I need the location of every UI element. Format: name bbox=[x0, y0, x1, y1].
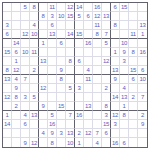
sudoku-cell-r10c16[interactable] bbox=[138, 84, 147, 93]
sudoku-cell-r13c9[interactable]: 16 bbox=[75, 111, 84, 120]
sudoku-cell-r7c10[interactable] bbox=[84, 57, 93, 66]
sudoku-cell-r9c7[interactable]: 8 bbox=[57, 75, 66, 84]
sudoku-cell-r9c3[interactable]: 7 bbox=[21, 75, 30, 84]
sudoku-cell-r16c6[interactable]: 8 bbox=[48, 138, 57, 147]
sudoku-cell-r15c1[interactable] bbox=[3, 129, 12, 138]
sudoku-cell-r13c1[interactable]: 1 bbox=[3, 111, 12, 120]
sudoku-cell-r4c12[interactable]: 7 bbox=[102, 30, 111, 39]
sudoku-cell-r16c13[interactable]: 16 bbox=[111, 138, 120, 147]
sudoku-cell-r11c1[interactable]: 12 bbox=[3, 93, 12, 102]
sudoku-cell-r14c10[interactable] bbox=[84, 120, 93, 129]
sudoku-cell-r1c15[interactable] bbox=[129, 3, 138, 12]
sudoku-cell-r9c2[interactable]: 4 bbox=[12, 75, 21, 84]
sudoku-cell-r12c8[interactable] bbox=[66, 102, 75, 111]
sudoku-cell-r12c12[interactable]: 8 bbox=[102, 102, 111, 111]
sudoku-cell-r14c5[interactable] bbox=[39, 120, 48, 129]
sudoku-cell-r13c10[interactable] bbox=[84, 111, 93, 120]
sudoku-cell-r5c8[interactable] bbox=[66, 39, 75, 48]
sudoku-cell-r2c10[interactable]: 6 bbox=[84, 12, 93, 21]
sudoku-cell-r5c6[interactable] bbox=[48, 39, 57, 48]
sudoku-cell-r6c4[interactable]: 11 bbox=[30, 48, 39, 57]
sudoku-cell-r5c9[interactable] bbox=[75, 39, 84, 48]
sudoku-cell-r1c11[interactable]: 16 bbox=[93, 3, 102, 12]
sudoku-cell-r4c8[interactable]: 14 bbox=[66, 30, 75, 39]
sudoku-cell-r4c15[interactable]: 11 bbox=[129, 30, 138, 39]
sudoku-cell-r16c12[interactable] bbox=[102, 138, 111, 147]
sudoku-cell-r13c14[interactable]: 8 bbox=[120, 111, 129, 120]
sudoku-cell-r13c11[interactable] bbox=[93, 111, 102, 120]
sudoku-cell-r10c8[interactable]: 5 bbox=[66, 84, 75, 93]
sudoku-cell-r9c4[interactable] bbox=[30, 75, 39, 84]
sudoku-cell-r6c10[interactable] bbox=[84, 48, 93, 57]
sudoku-cell-r3c5[interactable] bbox=[39, 21, 48, 30]
sudoku-cell-r5c5[interactable]: 1 bbox=[39, 39, 48, 48]
sudoku-cell-r10c11[interactable] bbox=[93, 84, 102, 93]
sudoku-cell-r1c7[interactable] bbox=[57, 3, 66, 12]
sudoku-cell-r13c16[interactable]: 2 bbox=[138, 111, 147, 120]
sudoku-cell-r1c16[interactable] bbox=[138, 3, 147, 12]
sudoku-cell-r4c3[interactable]: 12 bbox=[21, 30, 30, 39]
sudoku-cell-r12c3[interactable] bbox=[21, 102, 30, 111]
sudoku-cell-r15c14[interactable] bbox=[120, 129, 129, 138]
sudoku-cell-r7c12[interactable]: 12 bbox=[102, 57, 111, 66]
sudoku-cell-r5c3[interactable] bbox=[21, 39, 30, 48]
sudoku-cell-r8c5[interactable] bbox=[39, 66, 48, 75]
sudoku-cell-r4c5[interactable] bbox=[39, 30, 48, 39]
sudoku-cell-r14c1[interactable]: 14 bbox=[3, 120, 12, 129]
sudoku-cell-r4c2[interactable] bbox=[12, 30, 21, 39]
sudoku-cell-r16c9[interactable]: 1 bbox=[75, 138, 84, 147]
sudoku-cell-r8c8[interactable] bbox=[66, 66, 75, 75]
sudoku-cell-r4c6[interactable]: 13 bbox=[48, 30, 57, 39]
sudoku-cell-r16c4[interactable]: 12 bbox=[30, 138, 39, 147]
sudoku-cell-r15c11[interactable]: 7 bbox=[93, 129, 102, 138]
sudoku-cell-r6c15[interactable]: 8 bbox=[129, 48, 138, 57]
sudoku-cell-r2c12[interactable]: 13 bbox=[102, 12, 111, 21]
sudoku-cell-r11c8[interactable] bbox=[66, 93, 75, 102]
sudoku-cell-r2c3[interactable] bbox=[21, 12, 30, 21]
sudoku-cell-r8c9[interactable] bbox=[75, 66, 84, 75]
sudoku-cell-r1c1[interactable] bbox=[3, 3, 12, 12]
sudoku-cell-r11c14[interactable]: 13 bbox=[120, 93, 129, 102]
sudoku-cell-r1c6[interactable]: 11 bbox=[48, 3, 57, 12]
sudoku-cell-r9c6[interactable] bbox=[48, 75, 57, 84]
sudoku-cell-r12c11[interactable] bbox=[93, 102, 102, 111]
sudoku-cell-r9c13[interactable]: 9 bbox=[111, 75, 120, 84]
sudoku-cell-r9c12[interactable] bbox=[102, 75, 111, 84]
sudoku-cell-r8c4[interactable]: 2 bbox=[30, 66, 39, 75]
sudoku-cell-r12c5[interactable]: 9 bbox=[39, 102, 48, 111]
sudoku-cell-r14c8[interactable] bbox=[66, 120, 75, 129]
sudoku-cell-r15c7[interactable]: 3 bbox=[57, 129, 66, 138]
sudoku-cell-r3c9[interactable] bbox=[75, 21, 84, 30]
sudoku-cell-r6c8[interactable] bbox=[66, 48, 75, 57]
sudoku-cell-r10c9[interactable]: 3 bbox=[75, 84, 84, 93]
sudoku-cell-r2c14[interactable] bbox=[120, 12, 129, 21]
sudoku-cell-r11c12[interactable] bbox=[102, 93, 111, 102]
sudoku-cell-r5c11[interactable] bbox=[93, 39, 102, 48]
sudoku-cell-r13c13[interactable]: 12 bbox=[111, 111, 120, 120]
sudoku-cell-r15c4[interactable] bbox=[30, 129, 39, 138]
sudoku-cell-r9c1[interactable]: 13 bbox=[3, 75, 12, 84]
sudoku-cell-r14c4[interactable] bbox=[30, 120, 39, 129]
sudoku-cell-r4c16[interactable]: 1 bbox=[138, 30, 147, 39]
sudoku-cell-r14c13[interactable]: 3 bbox=[111, 120, 120, 129]
sudoku-cell-r15c5[interactable]: 4 bbox=[39, 129, 48, 138]
sudoku-cell-r10c12[interactable]: 2 bbox=[102, 84, 111, 93]
sudoku-cell-r1c10[interactable] bbox=[84, 3, 93, 12]
sudoku-cell-r16c7[interactable] bbox=[57, 138, 66, 147]
sudoku-cell-r12c15[interactable] bbox=[129, 102, 138, 111]
sudoku-cell-r3c1[interactable]: 3 bbox=[3, 21, 12, 30]
sudoku-cell-r16c10[interactable] bbox=[84, 138, 93, 147]
sudoku-cell-r1c9[interactable]: 14 bbox=[75, 3, 84, 12]
sudoku-cell-r1c8[interactable]: 12 bbox=[66, 3, 75, 12]
sudoku-cell-r4c9[interactable]: 15 bbox=[75, 30, 84, 39]
sudoku-cell-r6c7[interactable] bbox=[57, 48, 66, 57]
sudoku-cell-r6c12[interactable] bbox=[102, 48, 111, 57]
sudoku-cell-r16c8[interactable]: 10 bbox=[66, 138, 75, 147]
sudoku-cell-r8c16[interactable]: 6 bbox=[138, 66, 147, 75]
sudoku-cell-r12c1[interactable] bbox=[3, 102, 12, 111]
sudoku-cell-r15c9[interactable]: 2 bbox=[75, 129, 84, 138]
sudoku-cell-r1c3[interactable]: 5 bbox=[21, 3, 30, 12]
sudoku-cell-r8c1[interactable]: 8 bbox=[3, 66, 12, 75]
sudoku-cell-r6c16[interactable]: 16 bbox=[138, 48, 147, 57]
sudoku-cell-r15c10[interactable]: 12 bbox=[84, 129, 93, 138]
sudoku-cell-r7c1[interactable] bbox=[3, 57, 12, 66]
sudoku-cell-r7c15[interactable] bbox=[129, 57, 138, 66]
sudoku-cell-r9c15[interactable]: 6 bbox=[129, 75, 138, 84]
sudoku-cell-r13c8[interactable]: 7 bbox=[66, 111, 75, 120]
sudoku-cell-r7c14[interactable]: 3 bbox=[120, 57, 129, 66]
sudoku-cell-r14c16[interactable]: 9 bbox=[138, 120, 147, 129]
sudoku-cell-r8c13[interactable]: 13 bbox=[111, 66, 120, 75]
sudoku-cell-r1c14[interactable]: 15 bbox=[120, 3, 129, 12]
sudoku-cell-r11c15[interactable]: 2 bbox=[129, 93, 138, 102]
sudoku-cell-r8c15[interactable]: 15 bbox=[129, 66, 138, 75]
sudoku-cell-r1c5[interactable] bbox=[39, 3, 48, 12]
sudoku-cell-r15c3[interactable] bbox=[21, 129, 30, 138]
sudoku-cell-r10c4[interactable] bbox=[30, 84, 39, 93]
sudoku-cell-r5c4[interactable] bbox=[30, 39, 39, 48]
sudoku-cell-r13c3[interactable]: 4 bbox=[21, 111, 30, 120]
sudoku-cell-r7c8[interactable]: 8 bbox=[66, 57, 75, 66]
sudoku-cell-r2c2[interactable] bbox=[12, 12, 21, 21]
sudoku-cell-r2c16[interactable] bbox=[138, 12, 147, 21]
sudoku-cell-r10c7[interactable] bbox=[57, 84, 66, 93]
sudoku-cell-r16c1[interactable] bbox=[3, 138, 12, 147]
sudoku-cell-r9c11[interactable] bbox=[93, 75, 102, 84]
sudoku-cell-r9c8[interactable] bbox=[66, 75, 75, 84]
sudoku-cell-r5c13[interactable] bbox=[111, 39, 120, 48]
sudoku-cell-r16c2[interactable] bbox=[12, 138, 21, 147]
sudoku-cell-r14c7[interactable] bbox=[57, 120, 66, 129]
sudoku-cell-r14c14[interactable] bbox=[120, 120, 129, 129]
sudoku-cell-r15c12[interactable]: 6 bbox=[102, 129, 111, 138]
sudoku-cell-r8c10[interactable]: 4 bbox=[84, 66, 93, 75]
sudoku-cell-r14c2[interactable] bbox=[12, 120, 21, 129]
sudoku-cell-r15c8[interactable]: 13 bbox=[66, 129, 75, 138]
sudoku-cell-r3c11[interactable]: 11 bbox=[93, 21, 102, 30]
sudoku-cell-r10c14[interactable]: 4 bbox=[120, 84, 129, 93]
sudoku-cell-r14c6[interactable]: 16 bbox=[48, 120, 57, 129]
sudoku-cell-r14c3[interactable]: 6 bbox=[21, 120, 30, 129]
sudoku-cell-r9c9[interactable] bbox=[75, 75, 84, 84]
sudoku-cell-r5c16[interactable] bbox=[138, 39, 147, 48]
sudoku-cell-r11c5[interactable] bbox=[39, 93, 48, 102]
sudoku-cell-r2c9[interactable]: 5 bbox=[75, 12, 84, 21]
sudoku-cell-r14c12[interactable]: 15 bbox=[102, 120, 111, 129]
sudoku-cell-r8c7[interactable]: 9 bbox=[57, 66, 66, 75]
sudoku-cell-r16c16[interactable] bbox=[138, 138, 147, 147]
sudoku-cell-r3c15[interactable] bbox=[129, 21, 138, 30]
sudoku-cell-r16c11[interactable]: 4 bbox=[93, 138, 102, 147]
sudoku-cell-r1c12[interactable] bbox=[102, 3, 111, 12]
sudoku-cell-r11c16[interactable]: 7 bbox=[138, 93, 147, 102]
sudoku-cell-r14c15[interactable] bbox=[129, 120, 138, 129]
sudoku-cell-r10c6[interactable] bbox=[48, 84, 57, 93]
sudoku-cell-r5c2[interactable]: 14 bbox=[12, 39, 21, 48]
sudoku-cell-r10c13[interactable] bbox=[111, 84, 120, 93]
sudoku-cell-r6c3[interactable]: 10 bbox=[21, 48, 30, 57]
sudoku-cell-r6c1[interactable]: 15 bbox=[3, 48, 12, 57]
sudoku-cell-r10c1[interactable] bbox=[3, 84, 12, 93]
sudoku-cell-r14c9[interactable] bbox=[75, 120, 84, 129]
sudoku-cell-r2c1[interactable] bbox=[3, 12, 12, 21]
sudoku-cell-r9c5[interactable] bbox=[39, 75, 48, 84]
sudoku-cell-r3c3[interactable] bbox=[21, 21, 30, 30]
sudoku-cell-r2c8[interactable]: 15 bbox=[66, 12, 75, 21]
sudoku-cell-r4c11[interactable]: 8 bbox=[93, 30, 102, 39]
sudoku-cell-r5c12[interactable]: 5 bbox=[102, 39, 111, 48]
sudoku-cell-r13c6[interactable]: 5 bbox=[48, 111, 57, 120]
sudoku-cell-r6c14[interactable]: 9 bbox=[120, 48, 129, 57]
sudoku-cell-r6c6[interactable] bbox=[48, 48, 57, 57]
sudoku-cell-r2c11[interactable]: 12 bbox=[93, 12, 102, 21]
sudoku-cell-r4c13[interactable] bbox=[111, 30, 120, 39]
sudoku-cell-r1c2[interactable] bbox=[12, 3, 21, 12]
sudoku-cell-r11c9[interactable] bbox=[75, 93, 84, 102]
sudoku-cell-r8c3[interactable] bbox=[21, 66, 30, 75]
sudoku-cell-r12c6[interactable] bbox=[48, 102, 57, 111]
sudoku-cell-r5c14[interactable]: 10 bbox=[120, 39, 129, 48]
sudoku-cell-r7c11[interactable] bbox=[93, 57, 102, 66]
sudoku-cell-r8c12[interactable] bbox=[102, 66, 111, 75]
sudoku-cell-r2c5[interactable]: 8 bbox=[39, 12, 48, 21]
sudoku-cell-r7c9[interactable]: 6 bbox=[75, 57, 84, 66]
sudoku-cell-r12c13[interactable] bbox=[111, 102, 120, 111]
sudoku-cell-r8c11[interactable] bbox=[93, 66, 102, 75]
sudoku-cell-r3c4[interactable]: 4 bbox=[30, 21, 39, 30]
sudoku-cell-r10c10[interactable] bbox=[84, 84, 93, 93]
sudoku-cell-r6c2[interactable]: 6 bbox=[12, 48, 21, 57]
sudoku-cell-r5c7[interactable]: 6 bbox=[57, 39, 66, 48]
sudoku-cell-r11c13[interactable]: 14 bbox=[111, 93, 120, 102]
sudoku-cell-r15c6[interactable]: 9 bbox=[48, 129, 57, 138]
sudoku-cell-r13c5[interactable] bbox=[39, 111, 48, 120]
sudoku-cell-r7c7[interactable] bbox=[57, 57, 66, 66]
sudoku-cell-r2c6[interactable]: 3 bbox=[48, 12, 57, 21]
sudoku-cell-r16c14[interactable]: 6 bbox=[120, 138, 129, 147]
sudoku-cell-r5c10[interactable]: 16 bbox=[84, 39, 93, 48]
sudoku-cell-r12c16[interactable] bbox=[138, 102, 147, 111]
sudoku-cell-r15c13[interactable] bbox=[111, 129, 120, 138]
sudoku-cell-r3c10[interactable] bbox=[84, 21, 93, 30]
sudoku-cell-r8c14[interactable] bbox=[120, 66, 129, 75]
sudoku-cell-r12c4[interactable] bbox=[30, 102, 39, 111]
sudoku-cell-r2c7[interactable]: 10 bbox=[57, 12, 66, 21]
sudoku-cell-r12c14[interactable]: 1 bbox=[120, 102, 129, 111]
sudoku-cell-r12c7[interactable]: 15 bbox=[57, 102, 66, 111]
sudoku-cell-r13c7[interactable] bbox=[57, 111, 66, 120]
sudoku-cell-r1c13[interactable]: 6 bbox=[111, 3, 120, 12]
sudoku-cell-r4c7[interactable] bbox=[57, 30, 66, 39]
sudoku-cell-r11c4[interactable]: 5 bbox=[30, 93, 39, 102]
sudoku-cell-r2c13[interactable] bbox=[111, 12, 120, 21]
sudoku-cell-r12c2[interactable]: 2 bbox=[12, 102, 21, 111]
sudoku-cell-r11c3[interactable]: 3 bbox=[21, 93, 30, 102]
sudoku-cell-r16c5[interactable] bbox=[39, 138, 48, 147]
sudoku-cell-r7c6[interactable] bbox=[48, 57, 57, 66]
sudoku-cell-r15c16[interactable] bbox=[138, 129, 147, 138]
sudoku-cell-r3c16[interactable]: 13 bbox=[138, 21, 147, 30]
sudoku-cell-r6c9[interactable] bbox=[75, 48, 84, 57]
sudoku-cell-r13c12[interactable]: 3 bbox=[102, 111, 111, 120]
sudoku-cell-r7c13[interactable] bbox=[111, 57, 120, 66]
sudoku-cell-r9c14[interactable] bbox=[120, 75, 129, 84]
sudoku-cell-r1c4[interactable]: 8 bbox=[30, 3, 39, 12]
sudoku-cell-r15c15[interactable] bbox=[129, 129, 138, 138]
sudoku-cell-r2c15[interactable] bbox=[129, 12, 138, 21]
sudoku-cell-r3c7[interactable] bbox=[57, 21, 66, 30]
sudoku-cell-r6c5[interactable] bbox=[39, 48, 48, 57]
sudoku-cell-r13c2[interactable] bbox=[12, 111, 21, 120]
sudoku-cell-r3c12[interactable] bbox=[102, 21, 111, 30]
sudoku-cell-r5c15[interactable] bbox=[129, 39, 138, 48]
sudoku-cell-r12c9[interactable] bbox=[75, 102, 84, 111]
sudoku-cell-r6c13[interactable]: 1 bbox=[111, 48, 120, 57]
sudoku-cell-r4c1[interactable]: 6 bbox=[3, 30, 12, 39]
sudoku-cell-r13c15[interactable] bbox=[129, 111, 138, 120]
sudoku-cell-r4c14[interactable] bbox=[120, 30, 129, 39]
sudoku-cell-r3c2[interactable] bbox=[12, 21, 21, 30]
sudoku-cell-r16c3[interactable]: 9 bbox=[21, 138, 30, 147]
sudoku-cell-r12c10[interactable]: 13 bbox=[84, 102, 93, 111]
sudoku-cell-r10c5[interactable]: 12 bbox=[39, 84, 48, 93]
sudoku-cell-r7c2[interactable]: 1 bbox=[12, 57, 21, 66]
sudoku-cell-r4c10[interactable] bbox=[84, 30, 93, 39]
sudoku-cell-r5c1[interactable] bbox=[3, 39, 12, 48]
sudoku-cell-r4c4[interactable]: 10 bbox=[30, 30, 39, 39]
sudoku-cell-r3c8[interactable] bbox=[66, 21, 75, 30]
sudoku-cell-r11c2[interactable]: 8 bbox=[12, 93, 21, 102]
sudoku-cell-r6c11[interactable] bbox=[93, 48, 102, 57]
sudoku-cell-r16c15[interactable] bbox=[129, 138, 138, 147]
sudoku-cell-r7c3[interactable] bbox=[21, 57, 30, 66]
sudoku-cell-r7c4[interactable] bbox=[30, 57, 39, 66]
sudoku-cell-r15c2[interactable] bbox=[12, 129, 21, 138]
sudoku-cell-r3c13[interactable]: 8 bbox=[111, 21, 120, 30]
sudoku-cell-r10c2[interactable]: 9 bbox=[12, 84, 21, 93]
sudoku-cell-r9c10[interactable]: 11 bbox=[84, 75, 93, 84]
sudoku-cell-r3c14[interactable] bbox=[120, 21, 129, 30]
sudoku-cell-r10c3[interactable] bbox=[21, 84, 30, 93]
sudoku-cell-r2c4[interactable] bbox=[30, 12, 39, 21]
sudoku-cell-r10c15[interactable] bbox=[129, 84, 138, 93]
sudoku-cell-r11c10[interactable] bbox=[84, 93, 93, 102]
sudoku-cell-r13c4[interactable]: 13 bbox=[30, 111, 39, 120]
sudoku-cell-r14c11[interactable] bbox=[93, 120, 102, 129]
sudoku-cell-r11c11[interactable] bbox=[93, 93, 102, 102]
sudoku-cell-r9c16[interactable]: 10 bbox=[138, 75, 147, 84]
sudoku-cell-r3c6[interactable]: 6 bbox=[48, 21, 57, 30]
sudoku-cell-r8c6[interactable] bbox=[48, 66, 57, 75]
sudoku-cell-r11c6[interactable] bbox=[48, 93, 57, 102]
sudoku-cell-r11c7[interactable] bbox=[57, 93, 66, 102]
sudoku-cell-r7c5[interactable]: 13 bbox=[39, 57, 48, 66]
sudoku-cell-r8c2[interactable]: 12 bbox=[12, 66, 21, 75]
sudoku-cell-r7c16[interactable] bbox=[138, 57, 147, 66]
sudoku-board: 5811121416615831015561213346118136121013… bbox=[2, 2, 148, 148]
